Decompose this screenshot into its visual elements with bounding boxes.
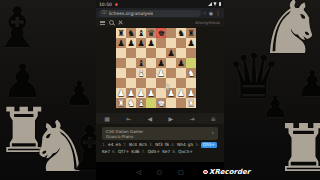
square-h6[interactable] — [186, 48, 196, 58]
square-c5[interactable]: ♝ — [136, 58, 146, 68]
move-number: 3. — [149, 142, 153, 148]
browser-menu-icon[interactable]: ⋮ — [215, 10, 221, 16]
black-king[interactable]: ♚ — [156, 28, 166, 38]
move[interactable]: Qh5+ — [201, 142, 216, 148]
back-icon[interactable]: ◁ — [136, 168, 141, 175]
white-knight[interactable]: ♞ — [186, 68, 196, 78]
browser-bar: ⓘ lichess.org/analysis ∴ ◉ ⋮ — [96, 8, 224, 18]
square-b8[interactable]: ♞ — [126, 28, 136, 38]
square-f1[interactable] — [166, 98, 176, 108]
opening-banner[interactable]: C50 Italian Game: Giuoco Piano › — [102, 127, 218, 140]
square-d3[interactable] — [146, 78, 156, 88]
bg-white-rook: ♜ — [274, 116, 320, 180]
white-pawn[interactable]: ♟ — [126, 88, 136, 98]
black-pawn[interactable]: ♟ — [126, 38, 136, 48]
white-pawn[interactable]: ♟ — [156, 68, 166, 78]
square-h3[interactable] — [186, 78, 196, 88]
square-e4[interactable]: ♟ — [156, 68, 166, 78]
white-bishop[interactable]: ♝ — [136, 68, 146, 78]
square-h8[interactable]: ♜ — [186, 28, 196, 38]
square-f5[interactable] — [166, 58, 176, 68]
square-b5[interactable] — [126, 58, 136, 68]
challenge-icon[interactable] — [118, 21, 122, 25]
square-g1[interactable] — [176, 98, 186, 108]
square-a7[interactable]: ♟ — [116, 38, 126, 48]
first-move-button[interactable]: ⇤ — [126, 116, 131, 122]
move[interactable]: Qxc5+ — [178, 149, 193, 155]
url-text: lichess.org/analysis — [109, 11, 154, 16]
square-b2[interactable]: ♟ — [126, 88, 136, 98]
white-pawn[interactable]: ♟ — [176, 88, 186, 98]
square-c8[interactable]: ♝ — [136, 28, 146, 38]
square-b7[interactable]: ♟ — [126, 38, 136, 48]
white-pawn[interactable]: ♟ — [136, 88, 146, 98]
square-f8[interactable] — [166, 28, 176, 38]
move[interactable]: Ke7 — [102, 149, 110, 155]
square-g5[interactable]: ♟ — [176, 58, 186, 68]
square-d7[interactable]: ♟ — [146, 38, 156, 48]
previous-move-button[interactable]: ◀ — [148, 116, 153, 122]
square-d4[interactable] — [146, 68, 156, 78]
move-list: 1.e4e52.Bc4Bc53.Nf3f64.Nh4g55.Qh5+Ke76.Q… — [102, 142, 218, 154]
black-pawn[interactable]: ♟ — [136, 38, 146, 48]
last-move-button[interactable]: ⇥ — [189, 116, 194, 122]
next-move-button[interactable]: ▶ — [168, 116, 173, 122]
move-number: 4. — [171, 142, 175, 148]
status-icons — [208, 2, 222, 7]
white-king[interactable]: ♚ — [156, 98, 166, 108]
square-d5[interactable] — [146, 58, 156, 68]
square-a2[interactable]: ♟ — [116, 88, 126, 98]
square-f4[interactable] — [166, 68, 176, 78]
move[interactable]: Qf7+ — [118, 149, 129, 155]
move[interactable]: f6 — [165, 142, 169, 148]
move-number: 2. — [123, 142, 127, 148]
square-b6[interactable] — [126, 48, 136, 58]
white-rook[interactable]: ♜ — [186, 98, 196, 108]
url-field[interactable]: ⓘ lichess.org/analysis — [99, 10, 201, 17]
square-g4[interactable] — [176, 68, 186, 78]
square-c7[interactable]: ♟ — [136, 38, 146, 48]
phone-screen: 10:50 ⓘ lichess.org/analysis ∴ ◉ ⋮ Anony… — [96, 0, 224, 180]
move[interactable]: Nf3 — [155, 142, 162, 148]
bg-black-pawn: ♟ — [64, 76, 94, 110]
status-time: 10:50 — [99, 2, 112, 7]
square-h5[interactable] — [186, 58, 196, 68]
battery-icon — [219, 2, 222, 7]
bg-black-bishop: ♝ — [0, 0, 42, 56]
move[interactable]: e5 — [116, 142, 121, 148]
white-pawn[interactable]: ♟ — [116, 88, 126, 98]
square-d2[interactable]: ♟ — [146, 88, 156, 98]
square-e5[interactable]: ♟ — [156, 58, 166, 68]
square-d8[interactable]: ♛ — [146, 28, 156, 38]
lichess-header: Anonymous — [96, 18, 224, 27]
boards-icon[interactable]: ▦ — [104, 116, 110, 122]
square-a4[interactable] — [116, 68, 126, 78]
chevron-right-icon[interactable]: › — [211, 130, 214, 137]
square-f7[interactable] — [166, 38, 176, 48]
tabs-icon[interactable]: ◉ — [209, 11, 213, 16]
square-b1[interactable]: ♞ — [126, 98, 136, 108]
move[interactable]: Ke7 — [162, 149, 170, 155]
black-knight[interactable]: ♞ — [176, 28, 186, 38]
square-b4[interactable] — [126, 68, 136, 78]
video-frame: ♝♟♜♞♝♟♞♛♟♟♜ 10:50 ⓘ lichess.org/analysis… — [0, 0, 320, 180]
white-bishop[interactable]: ♝ — [136, 98, 146, 108]
move[interactable]: Qd5+ — [148, 149, 160, 155]
black-bishop[interactable]: ♝ — [136, 28, 146, 38]
square-a6[interactable] — [116, 48, 126, 58]
xrecorder-watermark: XRecorder — [203, 168, 250, 176]
square-g2[interactable]: ♟ — [176, 88, 186, 98]
black-queen[interactable]: ♛ — [146, 28, 156, 38]
square-g3[interactable] — [176, 78, 186, 88]
animating-white-queen: ♛ — [162, 82, 172, 92]
square-a5[interactable] — [116, 58, 126, 68]
move[interactable]: Bc4 — [129, 142, 137, 148]
square-a1[interactable]: ♜ — [116, 98, 126, 108]
square-h4[interactable]: ♞ — [186, 68, 196, 78]
move[interactable]: Kd6 — [131, 149, 139, 155]
record-dot-icon — [203, 170, 208, 175]
recording-icon — [115, 3, 118, 6]
move-number: 8. — [172, 149, 176, 155]
black-pawn[interactable]: ♟ — [166, 48, 176, 58]
square-h1[interactable]: ♜ — [186, 98, 196, 108]
square-c2[interactable]: ♟ — [136, 88, 146, 98]
white-knight[interactable]: ♞ — [126, 98, 136, 108]
move-number: 5. — [195, 142, 199, 148]
opening-name: C50 Italian Game: Giuoco Piano — [106, 129, 211, 139]
move-number: 1. — [102, 142, 106, 148]
square-c3[interactable] — [136, 78, 146, 88]
white-pawn[interactable]: ♟ — [146, 88, 156, 98]
username-label[interactable]: Anonymous — [195, 20, 220, 25]
move[interactable]: Bc5 — [139, 142, 147, 148]
signal-icon — [208, 2, 212, 6]
white-pawn[interactable]: ♟ — [186, 88, 196, 98]
move[interactable]: Nh4 — [177, 142, 186, 148]
move[interactable]: e4 — [108, 142, 113, 148]
move-number: 6. — [112, 149, 116, 155]
chess-board: ♜♞♝♛♚♞♜♟♟♟♟♟♟♝♟♟♝♟♞♟♟♟♟♟♟♟♜♞♝♚♜♛ — [116, 28, 196, 108]
square-f6[interactable]: ♟ — [166, 48, 176, 58]
bg-black-pawn: ♟ — [296, 66, 320, 102]
square-a8[interactable]: ♜ — [116, 28, 126, 38]
black-pawn[interactable]: ♟ — [176, 58, 186, 68]
square-e7[interactable] — [156, 38, 166, 48]
square-b3[interactable] — [126, 78, 136, 88]
square-e1[interactable]: ♚ — [156, 98, 166, 108]
square-e8[interactable]: ♚ — [156, 28, 166, 38]
watermark-text: XRecorder — [209, 168, 250, 176]
share-icon[interactable]: ∴ — [203, 11, 208, 14]
square-a3[interactable] — [116, 78, 126, 88]
square-c1[interactable]: ♝ — [136, 98, 146, 108]
move[interactable]: g5 — [188, 142, 193, 148]
black-pawn[interactable]: ♟ — [116, 38, 126, 48]
square-d1[interactable] — [146, 98, 156, 108]
black-pawn[interactable]: ♟ — [146, 38, 156, 48]
white-rook[interactable]: ♜ — [116, 98, 126, 108]
black-pawn[interactable]: ♟ — [156, 58, 166, 68]
square-c4[interactable]: ♝ — [136, 68, 146, 78]
square-h7[interactable]: ♟ — [186, 38, 196, 48]
black-rook[interactable]: ♜ — [116, 28, 126, 38]
status-bar: 10:50 — [96, 0, 224, 8]
square-d6[interactable] — [146, 48, 156, 58]
black-pawn[interactable]: ♟ — [186, 38, 196, 48]
black-knight[interactable]: ♞ — [126, 28, 136, 38]
home-icon[interactable]: ○ — [157, 168, 162, 175]
square-g8[interactable]: ♞ — [176, 28, 186, 38]
menu-icon[interactable]: ≡ — [211, 116, 216, 122]
site-info-icon[interactable]: ⓘ — [102, 11, 107, 16]
hamburger-icon[interactable] — [100, 21, 105, 25]
black-bishop[interactable]: ♝ — [136, 58, 146, 68]
square-e6[interactable] — [156, 48, 166, 58]
square-h2[interactable]: ♟ — [186, 88, 196, 98]
recents-icon[interactable]: ▢ — [178, 168, 184, 175]
black-rook[interactable]: ♜ — [186, 28, 196, 38]
wifi-icon — [213, 2, 217, 6]
analysis-toolbar: ▦⇤◀▶⇥≡ — [96, 113, 224, 124]
search-icon[interactable] — [109, 20, 114, 25]
square-g7[interactable] — [176, 38, 186, 48]
square-g6[interactable] — [176, 48, 186, 58]
move-number: 7. — [142, 149, 146, 155]
square-c6[interactable] — [136, 48, 146, 58]
